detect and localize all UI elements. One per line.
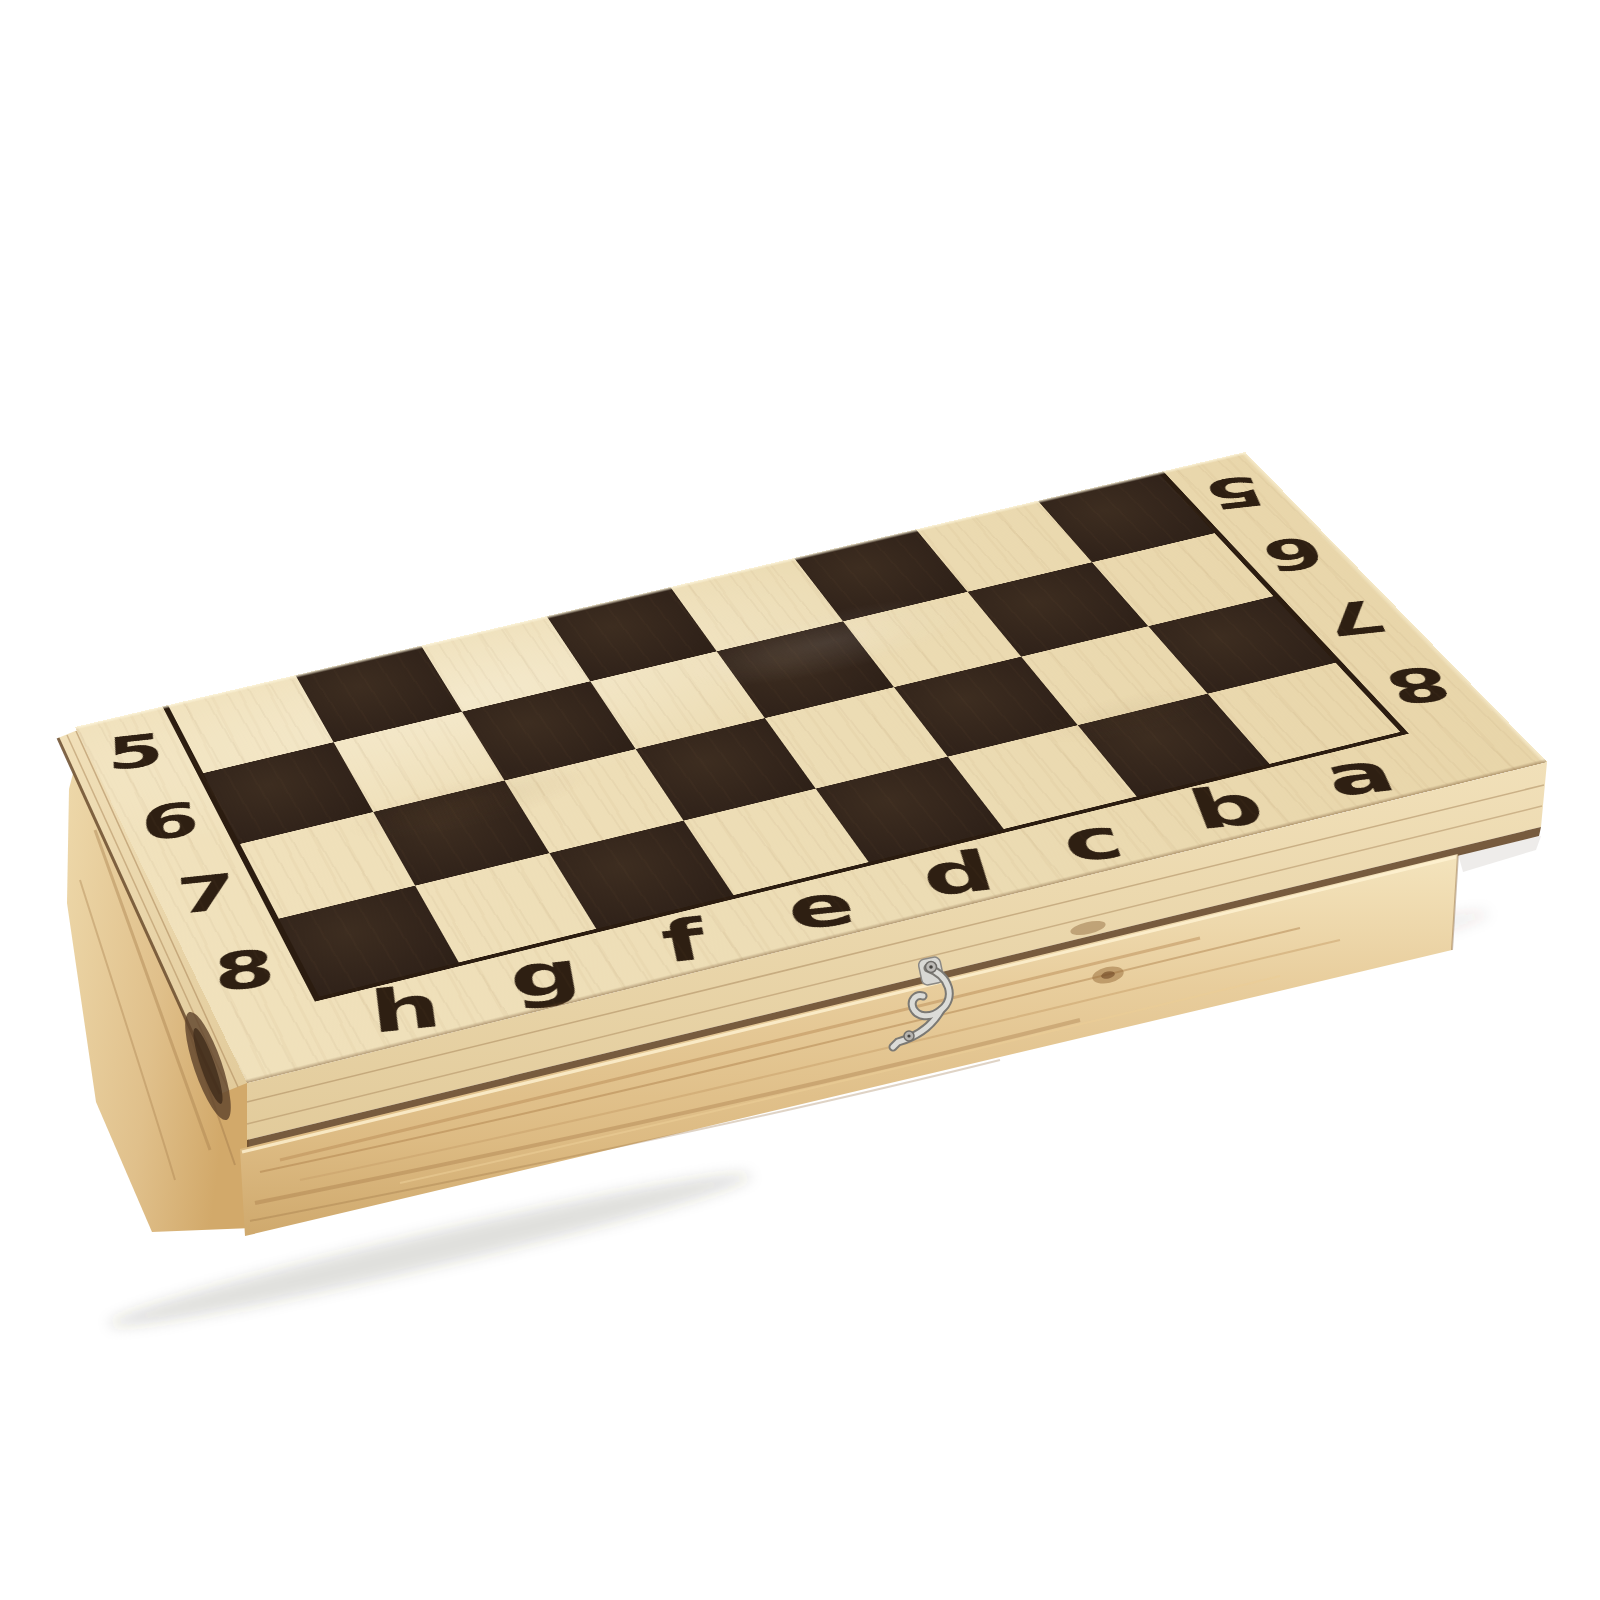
clasp-screw-bottom-slot — [907, 1034, 910, 1037]
clasp-screw-top-slot — [929, 965, 933, 969]
chess-box-product-photo: 56785678hgfedcba — [0, 0, 1600, 1600]
